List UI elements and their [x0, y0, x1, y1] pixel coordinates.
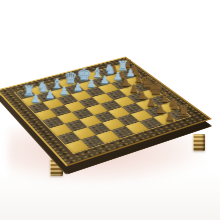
black-rook: ♜: [177, 104, 190, 119]
white-pawn: ♟: [59, 86, 69, 97]
board-square: [111, 126, 135, 139]
board-square: [50, 105, 72, 116]
product-photo: ♜♞♝♛♚♝♞♟♜♜♟♟♟♟♟♟♟♟♟♞♟♝♟♛♟♚♟♝♟♞♟♜: [0, 0, 220, 220]
white-pawn: ♟: [87, 78, 96, 89]
white-pawn: ♟: [73, 82, 83, 93]
white-pawn: ♟: [100, 75, 109, 85]
white-pawn: ♟: [31, 93, 41, 104]
black-pawn: ♟: [165, 111, 175, 123]
board-foot-near-right: [193, 134, 205, 151]
white-pawn: ♟: [45, 89, 55, 100]
